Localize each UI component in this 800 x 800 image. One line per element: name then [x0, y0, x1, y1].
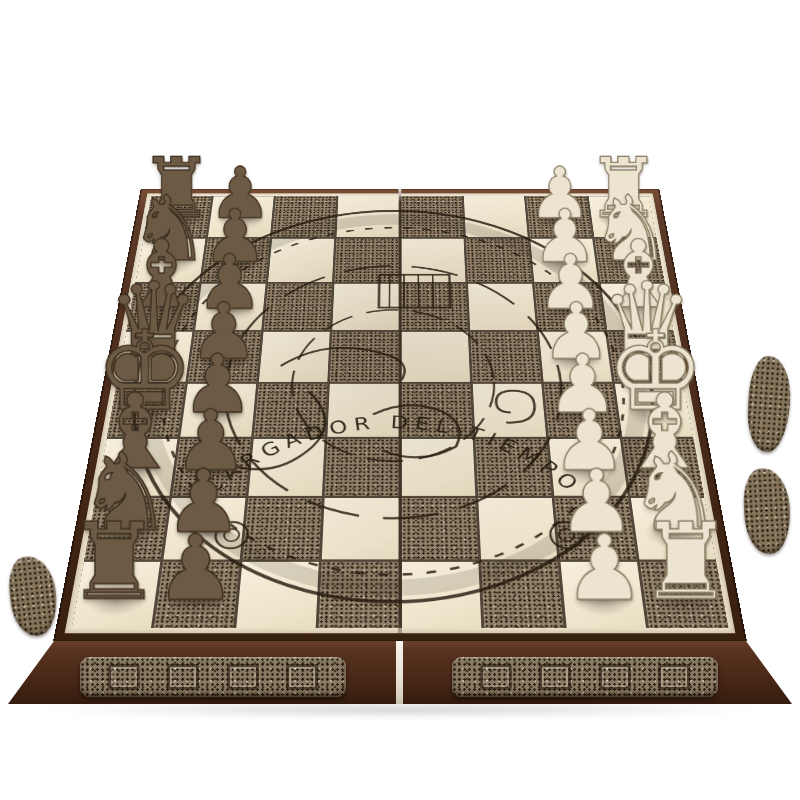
piece-white-rook[interactable]: ♜	[638, 513, 733, 611]
right-drawer-handle[interactable]	[452, 657, 718, 697]
piece-black-rook[interactable]: ♜	[67, 513, 162, 611]
glyph-carving	[539, 664, 571, 690]
piece-white-pawn[interactable]: ♟	[564, 527, 645, 610]
glyph-carving	[599, 664, 631, 690]
glyph-carving	[108, 664, 140, 690]
square-7-6[interactable]: ♟	[560, 562, 646, 628]
wooden-case	[8, 641, 792, 704]
square-7-0[interactable]: ♜	[72, 562, 161, 628]
glyph-carving	[658, 664, 690, 690]
glyph-carving	[286, 664, 318, 690]
left-drawer-handle[interactable]	[80, 657, 346, 697]
square-7-7[interactable]: ♜	[640, 562, 729, 628]
glyph-carving	[227, 664, 259, 690]
glyph-carving	[167, 664, 199, 690]
floor-shadow	[40, 702, 760, 717]
square-7-1[interactable]: ♟	[154, 562, 240, 628]
glyph-carving	[480, 664, 512, 690]
piece-black-pawn[interactable]: ♟	[155, 527, 236, 610]
chess-board: ♜♟♟♜♞♟♟♞♝♟♟♝♛♟♟♛♚♟♟♚♝♟♟♝♞♟♟♞♜♟♟♜	[53, 189, 747, 642]
case-center-gap	[396, 641, 403, 704]
photo-stage: ♜♟♟♜♞♟♟♞♝♟♟♝♛♟♟♛♚♟♟♚♝♟♟♝♞♟♟♞♜♟♟♜	[0, 0, 800, 800]
